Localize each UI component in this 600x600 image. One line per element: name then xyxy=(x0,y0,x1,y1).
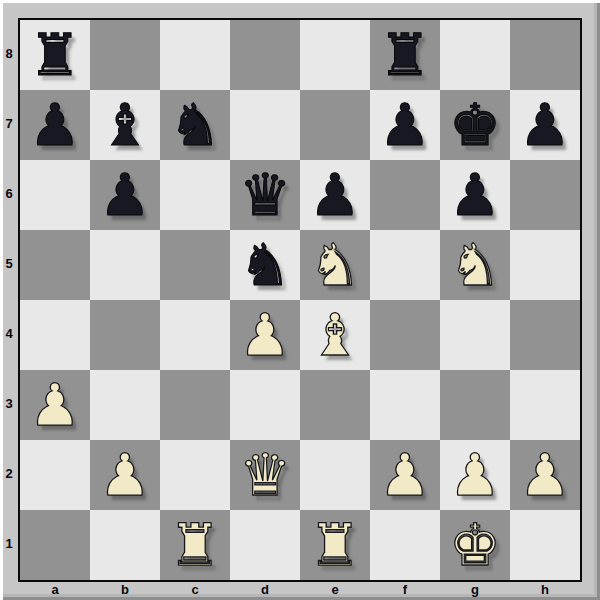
file-label-d: d xyxy=(230,582,300,597)
chess-board: ♜♜♟♝♞♟♚♟♟♛♟♟♞♞♞♟♝♟♟♛♟♟♟♜♜♚ xyxy=(18,18,582,582)
square-g8[interactable] xyxy=(440,20,510,90)
piece-black-queen: ♛ xyxy=(230,160,300,230)
square-e1[interactable]: ♜ xyxy=(300,510,370,580)
square-g1[interactable]: ♚ xyxy=(440,510,510,580)
piece-black-pawn: ♟ xyxy=(370,90,440,160)
square-h4[interactable] xyxy=(510,300,580,370)
square-b3[interactable] xyxy=(90,370,160,440)
square-c4[interactable] xyxy=(160,300,230,370)
square-d3[interactable] xyxy=(230,370,300,440)
square-a2[interactable] xyxy=(20,440,90,510)
square-a3[interactable]: ♟ xyxy=(20,370,90,440)
square-e3[interactable] xyxy=(300,370,370,440)
piece-black-pawn: ♟ xyxy=(300,160,370,230)
square-h6[interactable] xyxy=(510,160,580,230)
square-a1[interactable] xyxy=(20,510,90,580)
square-g2[interactable]: ♟ xyxy=(440,440,510,510)
square-e4[interactable]: ♝ xyxy=(300,300,370,370)
square-h1[interactable] xyxy=(510,510,580,580)
piece-white-knight: ♞ xyxy=(300,230,370,300)
rank-label-8: 8 xyxy=(1,18,17,88)
piece-black-bishop: ♝ xyxy=(90,90,160,160)
square-h8[interactable] xyxy=(510,20,580,90)
file-label-e: e xyxy=(300,582,370,597)
square-e6[interactable]: ♟ xyxy=(300,160,370,230)
square-f3[interactable] xyxy=(370,370,440,440)
piece-white-king: ♚ xyxy=(440,510,510,580)
square-d8[interactable] xyxy=(230,20,300,90)
square-f8[interactable]: ♜ xyxy=(370,20,440,90)
piece-white-pawn: ♟ xyxy=(20,370,90,440)
piece-white-pawn: ♟ xyxy=(440,440,510,510)
square-d7[interactable] xyxy=(230,90,300,160)
file-label-b: b xyxy=(90,582,160,597)
square-a8[interactable]: ♜ xyxy=(20,20,90,90)
square-c6[interactable] xyxy=(160,160,230,230)
square-a4[interactable] xyxy=(20,300,90,370)
square-f7[interactable]: ♟ xyxy=(370,90,440,160)
square-e8[interactable] xyxy=(300,20,370,90)
piece-black-pawn: ♟ xyxy=(510,90,580,160)
square-h7[interactable]: ♟ xyxy=(510,90,580,160)
piece-black-knight: ♞ xyxy=(160,90,230,160)
file-label-c: c xyxy=(160,582,230,597)
square-e2[interactable] xyxy=(300,440,370,510)
square-d1[interactable] xyxy=(230,510,300,580)
square-d2[interactable]: ♛ xyxy=(230,440,300,510)
square-c3[interactable] xyxy=(160,370,230,440)
square-g5[interactable]: ♞ xyxy=(440,230,510,300)
square-h3[interactable] xyxy=(510,370,580,440)
square-g3[interactable] xyxy=(440,370,510,440)
square-d4[interactable]: ♟ xyxy=(230,300,300,370)
file-label-h: h xyxy=(510,582,580,597)
square-f2[interactable]: ♟ xyxy=(370,440,440,510)
square-f1[interactable] xyxy=(370,510,440,580)
square-g4[interactable] xyxy=(440,300,510,370)
piece-white-knight: ♞ xyxy=(440,230,510,300)
piece-black-pawn: ♟ xyxy=(440,160,510,230)
file-label-a: a xyxy=(20,582,90,597)
piece-white-bishop: ♝ xyxy=(300,300,370,370)
piece-white-pawn: ♟ xyxy=(230,300,300,370)
square-c8[interactable] xyxy=(160,20,230,90)
piece-white-rook: ♜ xyxy=(160,510,230,580)
square-e5[interactable]: ♞ xyxy=(300,230,370,300)
square-b2[interactable]: ♟ xyxy=(90,440,160,510)
square-d6[interactable]: ♛ xyxy=(230,160,300,230)
rank-label-7: 7 xyxy=(1,88,17,158)
square-b4[interactable] xyxy=(90,300,160,370)
file-label-g: g xyxy=(440,582,510,597)
piece-black-king: ♚ xyxy=(440,90,510,160)
rank-label-3: 3 xyxy=(1,368,17,438)
square-b7[interactable]: ♝ xyxy=(90,90,160,160)
square-h2[interactable]: ♟ xyxy=(510,440,580,510)
square-h5[interactable] xyxy=(510,230,580,300)
file-label-f: f xyxy=(370,582,440,597)
piece-black-pawn: ♟ xyxy=(20,90,90,160)
square-e7[interactable] xyxy=(300,90,370,160)
square-f4[interactable] xyxy=(370,300,440,370)
square-c1[interactable]: ♜ xyxy=(160,510,230,580)
piece-black-pawn: ♟ xyxy=(90,160,160,230)
square-g6[interactable]: ♟ xyxy=(440,160,510,230)
piece-white-pawn: ♟ xyxy=(510,440,580,510)
rank-label-1: 1 xyxy=(1,508,17,578)
piece-white-queen: ♛ xyxy=(230,440,300,510)
piece-white-pawn: ♟ xyxy=(370,440,440,510)
piece-black-knight: ♞ xyxy=(230,230,300,300)
board-frame: 87654321 abcdefgh ♜♜♟♝♞♟♚♟♟♛♟♟♞♞♞♟♝♟♟♛♟♟… xyxy=(0,0,600,600)
piece-black-rook: ♜ xyxy=(20,20,90,90)
square-g7[interactable]: ♚ xyxy=(440,90,510,160)
square-a6[interactable] xyxy=(20,160,90,230)
square-b6[interactable]: ♟ xyxy=(90,160,160,230)
square-d5[interactable]: ♞ xyxy=(230,230,300,300)
square-f6[interactable] xyxy=(370,160,440,230)
piece-white-rook: ♜ xyxy=(300,510,370,580)
rank-label-6: 6 xyxy=(1,158,17,228)
square-b1[interactable] xyxy=(90,510,160,580)
square-a5[interactable] xyxy=(20,230,90,300)
square-c2[interactable] xyxy=(160,440,230,510)
square-b5[interactable] xyxy=(90,230,160,300)
square-a7[interactable]: ♟ xyxy=(20,90,90,160)
square-c5[interactable] xyxy=(160,230,230,300)
square-f5[interactable] xyxy=(370,230,440,300)
rank-label-4: 4 xyxy=(1,298,17,368)
piece-white-pawn: ♟ xyxy=(90,440,160,510)
rank-label-2: 2 xyxy=(1,438,17,508)
piece-black-rook: ♜ xyxy=(370,20,440,90)
square-b8[interactable] xyxy=(90,20,160,90)
rank-label-5: 5 xyxy=(1,228,17,298)
square-c7[interactable]: ♞ xyxy=(160,90,230,160)
